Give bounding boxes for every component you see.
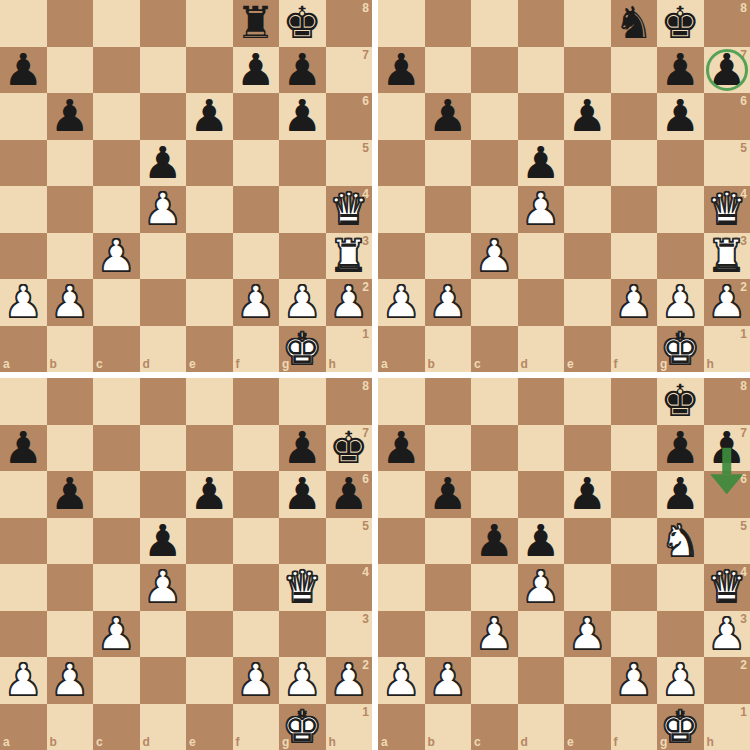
square-f8 bbox=[233, 378, 280, 425]
file-label-f: f bbox=[236, 735, 240, 749]
square-c7 bbox=[471, 425, 518, 472]
square-c1: c bbox=[93, 326, 140, 373]
square-e7 bbox=[186, 47, 233, 94]
square-f1: f bbox=[611, 326, 658, 373]
square-c2 bbox=[93, 657, 140, 704]
square-h5: 5 bbox=[704, 518, 750, 565]
square-e4 bbox=[186, 186, 233, 233]
file-label-f: f bbox=[614, 357, 618, 371]
white-king-g1: ♚ bbox=[279, 704, 326, 750]
square-h4: 4♛ bbox=[704, 564, 750, 611]
square-e1: e bbox=[564, 326, 611, 373]
square-d6 bbox=[518, 471, 565, 518]
square-g2: ♟ bbox=[657, 279, 704, 326]
rank-label-6: 6 bbox=[362, 94, 369, 108]
white-pawn-d4: ♟ bbox=[140, 186, 187, 233]
square-h4: 4♛ bbox=[326, 186, 373, 233]
square-d1: d bbox=[140, 326, 187, 373]
square-b1: b bbox=[425, 326, 472, 373]
square-g1: g♚ bbox=[657, 704, 704, 750]
square-c6 bbox=[93, 93, 140, 140]
file-label-e: e bbox=[567, 357, 574, 371]
square-c5 bbox=[93, 518, 140, 565]
square-e5 bbox=[564, 140, 611, 187]
square-c4 bbox=[471, 186, 518, 233]
square-b2: ♟ bbox=[425, 657, 472, 704]
square-h8: 8 bbox=[326, 378, 373, 425]
white-pawn-d4: ♟ bbox=[140, 564, 187, 611]
file-label-h: h bbox=[707, 735, 714, 749]
square-a4 bbox=[0, 186, 47, 233]
square-g4: ♛ bbox=[279, 564, 326, 611]
square-a1: a bbox=[0, 326, 47, 373]
square-g8: ♚ bbox=[657, 0, 704, 47]
white-pawn-a2: ♟ bbox=[0, 279, 47, 326]
square-d5: ♟ bbox=[518, 140, 565, 187]
black-pawn-d5: ♟ bbox=[140, 518, 187, 565]
file-label-c: c bbox=[96, 357, 103, 371]
square-e8 bbox=[186, 378, 233, 425]
white-pawn-a2: ♟ bbox=[378, 657, 425, 704]
square-a6 bbox=[378, 471, 425, 518]
square-g8 bbox=[279, 378, 326, 425]
square-d3 bbox=[518, 233, 565, 280]
square-d8 bbox=[140, 378, 187, 425]
square-c4 bbox=[471, 564, 518, 611]
square-e8 bbox=[564, 0, 611, 47]
square-g2: ♟ bbox=[279, 657, 326, 704]
file-label-b: b bbox=[428, 735, 435, 749]
square-c8 bbox=[471, 378, 518, 425]
square-b6: ♟ bbox=[47, 93, 94, 140]
square-a7: ♟ bbox=[0, 47, 47, 94]
square-b8 bbox=[47, 378, 94, 425]
square-f1: f bbox=[233, 326, 280, 373]
square-f3 bbox=[611, 233, 658, 280]
square-a7: ♟ bbox=[378, 425, 425, 472]
file-label-d: d bbox=[143, 357, 150, 371]
square-f7 bbox=[611, 47, 658, 94]
chess-board-bottom-right: ♚8♟♟7♟♟♟♟6♟♟♞5♟4♛♟♟3♟♟♟♟♟2abcdefg♚1h bbox=[378, 378, 750, 750]
square-c2 bbox=[471, 657, 518, 704]
rank-label-8: 8 bbox=[740, 379, 747, 393]
white-king-g1: ♚ bbox=[657, 704, 704, 750]
square-c8 bbox=[471, 0, 518, 47]
rank-label-6: 6 bbox=[740, 94, 747, 108]
white-pawn-h3: ♟ bbox=[704, 611, 750, 658]
white-pawn-f2: ♟ bbox=[611, 657, 658, 704]
black-pawn-d5: ♟ bbox=[518, 140, 565, 187]
square-f4 bbox=[611, 564, 658, 611]
square-g4 bbox=[657, 564, 704, 611]
square-b7 bbox=[425, 425, 472, 472]
square-e1: e bbox=[564, 704, 611, 750]
square-e6: ♟ bbox=[186, 471, 233, 518]
black-pawn-g6: ♟ bbox=[279, 93, 326, 140]
square-e3 bbox=[564, 233, 611, 280]
square-e6: ♟ bbox=[564, 93, 611, 140]
square-g6: ♟ bbox=[657, 93, 704, 140]
square-a3 bbox=[0, 233, 47, 280]
square-b8 bbox=[425, 0, 472, 47]
square-h3: 3♟ bbox=[704, 611, 750, 658]
square-h6: 6♟ bbox=[326, 471, 373, 518]
square-d8 bbox=[518, 0, 565, 47]
black-pawn-g7: ♟ bbox=[279, 425, 326, 472]
square-f3 bbox=[611, 611, 658, 658]
square-e5 bbox=[186, 140, 233, 187]
square-h6: 6 bbox=[704, 471, 750, 518]
square-b7 bbox=[47, 47, 94, 94]
square-a5 bbox=[378, 518, 425, 565]
rank-label-5: 5 bbox=[740, 141, 747, 155]
white-pawn-a2: ♟ bbox=[378, 279, 425, 326]
square-c6 bbox=[93, 471, 140, 518]
square-g7: ♟ bbox=[279, 47, 326, 94]
file-label-a: a bbox=[3, 357, 10, 371]
square-h8: 8 bbox=[326, 0, 373, 47]
white-pawn-c3: ♟ bbox=[471, 611, 518, 658]
square-c3: ♟ bbox=[471, 611, 518, 658]
square-a6 bbox=[378, 93, 425, 140]
white-pawn-g2: ♟ bbox=[657, 657, 704, 704]
white-rook-h3: ♜ bbox=[704, 233, 750, 280]
black-pawn-c5: ♟ bbox=[471, 518, 518, 565]
square-a8 bbox=[378, 0, 425, 47]
square-e3 bbox=[186, 611, 233, 658]
white-pawn-h2: ♟ bbox=[326, 279, 373, 326]
square-a4 bbox=[378, 186, 425, 233]
black-rook-f8: ♜ bbox=[233, 0, 280, 47]
square-g7: ♟ bbox=[657, 425, 704, 472]
black-pawn-e6: ♟ bbox=[186, 471, 233, 518]
square-d1: d bbox=[518, 326, 565, 373]
white-king-g1: ♚ bbox=[279, 326, 326, 373]
chess-board-top-left: ♜♚8♟♟♟7♟♟♟6♟5♟4♛♟3♜♟♟♟♟2♟abcdefg♚1h bbox=[0, 0, 372, 372]
square-h1: 1h bbox=[704, 326, 750, 373]
square-d7 bbox=[518, 47, 565, 94]
square-a1: a bbox=[378, 326, 425, 373]
square-g1: g♚ bbox=[279, 704, 326, 750]
square-f4 bbox=[233, 186, 280, 233]
square-d2 bbox=[140, 279, 187, 326]
square-a4 bbox=[378, 564, 425, 611]
square-d7 bbox=[140, 425, 187, 472]
square-c2 bbox=[93, 279, 140, 326]
file-label-d: d bbox=[521, 735, 528, 749]
file-label-h: h bbox=[329, 735, 336, 749]
white-pawn-g2: ♟ bbox=[279, 279, 326, 326]
square-h1: 1h bbox=[704, 704, 750, 750]
square-c6 bbox=[471, 93, 518, 140]
square-h7: 7♟ bbox=[704, 425, 750, 472]
chess-board-bottom-left: 8♟♟7♚♟♟♟6♟♟5♟♛4♟3♟♟♟♟2♟abcdefg♚1h bbox=[0, 378, 372, 750]
file-label-h: h bbox=[329, 357, 336, 371]
square-g5: ♞ bbox=[657, 518, 704, 565]
square-c1: c bbox=[93, 704, 140, 750]
square-d3 bbox=[518, 611, 565, 658]
square-a3 bbox=[378, 233, 425, 280]
square-b5 bbox=[47, 140, 94, 187]
square-h3: 3♜ bbox=[704, 233, 750, 280]
square-g3 bbox=[657, 611, 704, 658]
black-pawn-a7: ♟ bbox=[0, 425, 47, 472]
square-b5 bbox=[425, 140, 472, 187]
square-b8 bbox=[425, 378, 472, 425]
file-label-a: a bbox=[381, 357, 388, 371]
square-b4 bbox=[425, 186, 472, 233]
rank-label-7: 7 bbox=[362, 48, 369, 62]
square-a2: ♟ bbox=[0, 657, 47, 704]
square-h5: 5 bbox=[704, 140, 750, 187]
rank-label-5: 5 bbox=[740, 519, 747, 533]
black-pawn-b6: ♟ bbox=[47, 93, 94, 140]
white-pawn-b2: ♟ bbox=[47, 279, 94, 326]
square-a3 bbox=[378, 611, 425, 658]
square-g4 bbox=[657, 186, 704, 233]
square-c7 bbox=[471, 47, 518, 94]
square-b2: ♟ bbox=[425, 279, 472, 326]
black-pawn-e6: ♟ bbox=[186, 93, 233, 140]
black-pawn-a7: ♟ bbox=[378, 47, 425, 94]
file-label-c: c bbox=[474, 735, 481, 749]
square-f6 bbox=[233, 471, 280, 518]
square-d5: ♟ bbox=[140, 140, 187, 187]
square-h5: 5 bbox=[326, 518, 373, 565]
black-pawn-b6: ♟ bbox=[47, 471, 94, 518]
square-a5 bbox=[0, 140, 47, 187]
square-b5 bbox=[47, 518, 94, 565]
white-pawn-h2: ♟ bbox=[704, 279, 750, 326]
square-a3 bbox=[0, 611, 47, 658]
white-queen-h4: ♛ bbox=[704, 186, 750, 233]
rank-label-8: 8 bbox=[362, 1, 369, 15]
square-c3: ♟ bbox=[93, 233, 140, 280]
rank-label-4: 4 bbox=[362, 565, 369, 579]
square-f6 bbox=[611, 93, 658, 140]
square-f2: ♟ bbox=[233, 657, 280, 704]
black-king-h7: ♚ bbox=[326, 425, 373, 472]
rank-label-1: 1 bbox=[362, 705, 369, 719]
square-d7 bbox=[518, 425, 565, 472]
black-pawn-g7: ♟ bbox=[657, 425, 704, 472]
square-d6 bbox=[140, 93, 187, 140]
square-h3: 3 bbox=[326, 611, 373, 658]
chess-diagram-grid: ♜♚8♟♟♟7♟♟♟6♟5♟4♛♟3♜♟♟♟♟2♟abcdefg♚1h ♞♚8♟… bbox=[0, 0, 750, 750]
black-pawn-b6: ♟ bbox=[425, 93, 472, 140]
white-pawn-g2: ♟ bbox=[657, 279, 704, 326]
square-g5 bbox=[279, 518, 326, 565]
square-c2 bbox=[471, 279, 518, 326]
square-g7: ♟ bbox=[279, 425, 326, 472]
black-pawn-g7: ♟ bbox=[657, 47, 704, 94]
square-a6 bbox=[0, 471, 47, 518]
rank-label-3: 3 bbox=[362, 612, 369, 626]
square-a1: a bbox=[0, 704, 47, 750]
square-h4: 4 bbox=[326, 564, 373, 611]
black-pawn-h7: ♟ bbox=[704, 425, 750, 472]
square-b3 bbox=[425, 233, 472, 280]
square-f1: f bbox=[611, 704, 658, 750]
square-f2: ♟ bbox=[233, 279, 280, 326]
white-queen-g4: ♛ bbox=[279, 564, 326, 611]
square-e4 bbox=[186, 564, 233, 611]
square-e7 bbox=[564, 47, 611, 94]
white-pawn-h2: ♟ bbox=[326, 657, 373, 704]
black-pawn-d5: ♟ bbox=[518, 518, 565, 565]
square-g3 bbox=[279, 611, 326, 658]
square-g6: ♟ bbox=[279, 93, 326, 140]
white-pawn-f2: ♟ bbox=[611, 279, 658, 326]
white-pawn-d4: ♟ bbox=[518, 564, 565, 611]
square-a5 bbox=[0, 518, 47, 565]
file-label-b: b bbox=[428, 357, 435, 371]
file-label-c: c bbox=[474, 357, 481, 371]
rank-label-1: 1 bbox=[740, 705, 747, 719]
square-d8 bbox=[518, 378, 565, 425]
square-f1: f bbox=[233, 704, 280, 750]
square-d3 bbox=[140, 233, 187, 280]
white-queen-h4: ♛ bbox=[326, 186, 373, 233]
square-a2: ♟ bbox=[0, 279, 47, 326]
rank-label-5: 5 bbox=[362, 141, 369, 155]
square-e8 bbox=[186, 0, 233, 47]
square-e2 bbox=[564, 279, 611, 326]
square-a2: ♟ bbox=[378, 279, 425, 326]
square-e2 bbox=[564, 657, 611, 704]
square-f8: ♞ bbox=[611, 0, 658, 47]
square-g6: ♟ bbox=[279, 471, 326, 518]
square-h4: 4♛ bbox=[704, 186, 750, 233]
white-knight-g5: ♞ bbox=[657, 518, 704, 565]
rank-label-8: 8 bbox=[740, 1, 747, 15]
black-pawn-e6: ♟ bbox=[564, 471, 611, 518]
square-h5: 5 bbox=[326, 140, 373, 187]
square-e6: ♟ bbox=[564, 471, 611, 518]
square-b7 bbox=[47, 425, 94, 472]
square-f3 bbox=[233, 611, 280, 658]
square-f5 bbox=[233, 518, 280, 565]
square-f2: ♟ bbox=[611, 657, 658, 704]
square-a7: ♟ bbox=[0, 425, 47, 472]
square-g6: ♟ bbox=[657, 471, 704, 518]
square-f5 bbox=[611, 140, 658, 187]
square-f8: ♜ bbox=[233, 0, 280, 47]
square-g5 bbox=[657, 140, 704, 187]
white-pawn-c3: ♟ bbox=[471, 233, 518, 280]
square-f3 bbox=[233, 233, 280, 280]
square-c4 bbox=[93, 564, 140, 611]
square-g7: ♟ bbox=[657, 47, 704, 94]
square-e5 bbox=[564, 518, 611, 565]
square-a7: ♟ bbox=[378, 47, 425, 94]
square-f6 bbox=[611, 471, 658, 518]
file-label-b: b bbox=[50, 735, 57, 749]
black-pawn-h7: ♟ bbox=[704, 47, 750, 94]
square-d4: ♟ bbox=[140, 564, 187, 611]
square-c8 bbox=[93, 0, 140, 47]
black-pawn-e6: ♟ bbox=[564, 93, 611, 140]
square-d6 bbox=[140, 471, 187, 518]
square-h6: 6 bbox=[326, 93, 373, 140]
white-pawn-g2: ♟ bbox=[279, 657, 326, 704]
square-f2: ♟ bbox=[611, 279, 658, 326]
square-c5 bbox=[93, 140, 140, 187]
square-d5: ♟ bbox=[140, 518, 187, 565]
square-e1: e bbox=[186, 704, 233, 750]
square-d1: d bbox=[518, 704, 565, 750]
rank-label-1: 1 bbox=[740, 327, 747, 341]
square-d7 bbox=[140, 47, 187, 94]
square-h7: 7♚ bbox=[326, 425, 373, 472]
square-b7 bbox=[425, 47, 472, 94]
rank-label-8: 8 bbox=[362, 379, 369, 393]
square-a4 bbox=[0, 564, 47, 611]
file-label-a: a bbox=[3, 735, 10, 749]
square-d2 bbox=[140, 657, 187, 704]
rank-label-2: 2 bbox=[740, 658, 747, 672]
square-g3 bbox=[279, 233, 326, 280]
square-c3: ♟ bbox=[471, 233, 518, 280]
square-e7 bbox=[564, 425, 611, 472]
square-d8 bbox=[140, 0, 187, 47]
white-pawn-f2: ♟ bbox=[233, 279, 280, 326]
white-pawn-d4: ♟ bbox=[518, 186, 565, 233]
square-f5 bbox=[611, 518, 658, 565]
square-h7: 7♟ bbox=[704, 47, 750, 94]
square-e7 bbox=[186, 425, 233, 472]
black-king-g8: ♚ bbox=[657, 378, 704, 425]
square-h1: 1h bbox=[326, 704, 373, 750]
file-label-h: h bbox=[707, 357, 714, 371]
square-e6: ♟ bbox=[186, 93, 233, 140]
square-f7: ♟ bbox=[233, 47, 280, 94]
square-b3 bbox=[47, 233, 94, 280]
square-h7: 7 bbox=[326, 47, 373, 94]
black-pawn-a7: ♟ bbox=[0, 47, 47, 94]
square-h8: 8 bbox=[704, 0, 750, 47]
square-f7 bbox=[233, 425, 280, 472]
square-b2: ♟ bbox=[47, 279, 94, 326]
file-label-f: f bbox=[614, 735, 618, 749]
square-e2 bbox=[186, 279, 233, 326]
square-b6: ♟ bbox=[425, 471, 472, 518]
file-label-c: c bbox=[96, 735, 103, 749]
black-pawn-h6: ♟ bbox=[326, 471, 373, 518]
square-f6 bbox=[233, 93, 280, 140]
black-pawn-g6: ♟ bbox=[657, 471, 704, 518]
square-a1: a bbox=[378, 704, 425, 750]
square-h3: 3♜ bbox=[326, 233, 373, 280]
square-c8 bbox=[93, 378, 140, 425]
black-pawn-a7: ♟ bbox=[378, 425, 425, 472]
rank-label-6: 6 bbox=[740, 472, 747, 486]
square-h2: 2♟ bbox=[326, 279, 373, 326]
square-e4 bbox=[564, 186, 611, 233]
square-d4: ♟ bbox=[518, 186, 565, 233]
square-c5: ♟ bbox=[471, 518, 518, 565]
square-d2 bbox=[518, 657, 565, 704]
square-c1: c bbox=[471, 326, 518, 373]
square-b6: ♟ bbox=[425, 93, 472, 140]
square-a6 bbox=[0, 93, 47, 140]
square-g3 bbox=[657, 233, 704, 280]
white-pawn-c3: ♟ bbox=[93, 233, 140, 280]
white-rook-h3: ♜ bbox=[326, 233, 373, 280]
rank-label-1: 1 bbox=[362, 327, 369, 341]
square-c5 bbox=[471, 140, 518, 187]
black-pawn-g7: ♟ bbox=[279, 47, 326, 94]
